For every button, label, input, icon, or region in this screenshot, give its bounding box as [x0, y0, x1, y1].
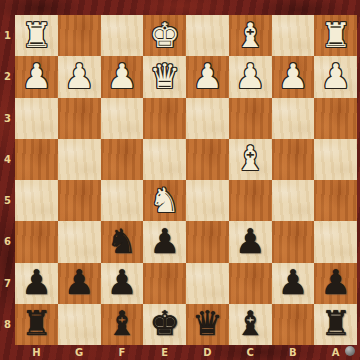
file-label-g: G [58, 345, 101, 360]
square-g6[interactable] [58, 221, 101, 262]
square-b5[interactable] [272, 180, 315, 221]
square-h4[interactable] [15, 139, 58, 180]
square-f1[interactable] [101, 15, 144, 56]
square-a4[interactable] [314, 139, 357, 180]
black-pawn[interactable]: ♟ [64, 265, 94, 299]
square-a2[interactable]: ♟ [314, 56, 357, 97]
square-f4[interactable] [101, 139, 144, 180]
square-a8[interactable]: ♜ [314, 304, 357, 345]
chess-board: ♜♚♝♜♟♟♟♛♟♟♟♟♝♞♞♟♟♟♟♟♟♟♜♝♚♛♝♜ [15, 15, 357, 345]
square-h5[interactable] [15, 180, 58, 221]
black-bishop[interactable]: ♝ [107, 306, 137, 340]
black-rook[interactable]: ♜ [21, 306, 51, 340]
white-pawn[interactable]: ♟ [235, 59, 265, 93]
square-h8[interactable]: ♜ [15, 304, 58, 345]
white-pawn[interactable]: ♟ [107, 59, 137, 93]
square-g1[interactable] [58, 15, 101, 56]
square-f6[interactable]: ♞ [101, 221, 144, 262]
square-g4[interactable] [58, 139, 101, 180]
square-e8[interactable]: ♚ [143, 304, 186, 345]
white-pawn[interactable]: ♟ [192, 59, 222, 93]
square-d4[interactable] [186, 139, 229, 180]
square-b7[interactable]: ♟ [272, 263, 315, 304]
square-b8[interactable] [272, 304, 315, 345]
square-f2[interactable]: ♟ [101, 56, 144, 97]
file-label-b: B [272, 345, 315, 360]
square-d6[interactable] [186, 221, 229, 262]
chess-board-frame: 12345678 ♜♚♝♜♟♟♟♛♟♟♟♟♝♞♞♟♟♟♟♟♟♟♜♝♚♛♝♜ HG… [0, 0, 360, 360]
square-d3[interactable] [186, 98, 229, 139]
white-knight[interactable]: ♞ [149, 183, 179, 217]
black-king[interactable]: ♚ [149, 306, 179, 340]
square-b1[interactable] [272, 15, 315, 56]
black-pawn[interactable]: ♟ [320, 265, 350, 299]
black-pawn[interactable]: ♟ [21, 265, 51, 299]
rank-label-8: 8 [0, 304, 15, 345]
square-a1[interactable]: ♜ [314, 15, 357, 56]
black-queen[interactable]: ♛ [192, 306, 222, 340]
white-king[interactable]: ♚ [149, 18, 179, 52]
square-b6[interactable] [272, 221, 315, 262]
square-d1[interactable] [186, 15, 229, 56]
square-h1[interactable]: ♜ [15, 15, 58, 56]
side-to-move-indicator [345, 346, 355, 356]
square-c4[interactable]: ♝ [229, 139, 272, 180]
white-rook[interactable]: ♜ [21, 18, 51, 52]
square-b4[interactable] [272, 139, 315, 180]
square-a5[interactable] [314, 180, 357, 221]
white-queen[interactable]: ♛ [149, 59, 179, 93]
white-pawn[interactable]: ♟ [21, 59, 51, 93]
square-d8[interactable]: ♛ [186, 304, 229, 345]
square-b3[interactable] [272, 98, 315, 139]
black-knight[interactable]: ♞ [107, 224, 137, 258]
rank-label-7: 7 [0, 263, 15, 304]
square-b2[interactable]: ♟ [272, 56, 315, 97]
rank-labels: 12345678 [0, 15, 15, 345]
file-label-c: C [229, 345, 272, 360]
square-c7[interactable] [229, 263, 272, 304]
rank-label-3: 3 [0, 98, 15, 139]
square-f5[interactable] [101, 180, 144, 221]
square-h7[interactable]: ♟ [15, 263, 58, 304]
white-pawn[interactable]: ♟ [320, 59, 350, 93]
white-pawn[interactable]: ♟ [64, 59, 94, 93]
square-a3[interactable] [314, 98, 357, 139]
square-g3[interactable] [58, 98, 101, 139]
black-bishop[interactable]: ♝ [235, 306, 265, 340]
square-g5[interactable] [58, 180, 101, 221]
square-c3[interactable] [229, 98, 272, 139]
black-rook[interactable]: ♜ [320, 306, 350, 340]
square-c2[interactable]: ♟ [229, 56, 272, 97]
square-g2[interactable]: ♟ [58, 56, 101, 97]
square-e4[interactable] [143, 139, 186, 180]
rank-label-1: 1 [0, 15, 15, 56]
square-g7[interactable]: ♟ [58, 263, 101, 304]
white-rook[interactable]: ♜ [320, 18, 350, 52]
square-h6[interactable] [15, 221, 58, 262]
square-c5[interactable] [229, 180, 272, 221]
file-label-h: H [15, 345, 58, 360]
black-pawn[interactable]: ♟ [278, 265, 308, 299]
file-label-f: F [101, 345, 144, 360]
white-pawn[interactable]: ♟ [278, 59, 308, 93]
square-a7[interactable]: ♟ [314, 263, 357, 304]
square-f8[interactable]: ♝ [101, 304, 144, 345]
rank-label-6: 6 [0, 221, 15, 262]
white-bishop[interactable]: ♝ [235, 141, 265, 175]
black-pawn[interactable]: ♟ [235, 224, 265, 258]
square-e2[interactable]: ♛ [143, 56, 186, 97]
square-c1[interactable]: ♝ [229, 15, 272, 56]
square-d2[interactable]: ♟ [186, 56, 229, 97]
file-labels: HGFEDCBA [15, 345, 357, 360]
file-label-e: E [143, 345, 186, 360]
square-h3[interactable] [15, 98, 58, 139]
black-pawn[interactable]: ♟ [107, 265, 137, 299]
square-e7[interactable] [143, 263, 186, 304]
square-c8[interactable]: ♝ [229, 304, 272, 345]
square-d5[interactable] [186, 180, 229, 221]
file-label-d: D [186, 345, 229, 360]
square-e5[interactable]: ♞ [143, 180, 186, 221]
square-e6[interactable]: ♟ [143, 221, 186, 262]
rank-label-5: 5 [0, 180, 15, 221]
square-g8[interactable] [58, 304, 101, 345]
square-f3[interactable] [101, 98, 144, 139]
square-h2[interactable]: ♟ [15, 56, 58, 97]
square-e1[interactable]: ♚ [143, 15, 186, 56]
square-c6[interactable]: ♟ [229, 221, 272, 262]
square-e3[interactable] [143, 98, 186, 139]
square-d7[interactable] [186, 263, 229, 304]
rank-label-4: 4 [0, 139, 15, 180]
black-pawn[interactable]: ♟ [149, 224, 179, 258]
white-bishop[interactable]: ♝ [235, 18, 265, 52]
square-f7[interactable]: ♟ [101, 263, 144, 304]
square-a6[interactable] [314, 221, 357, 262]
rank-label-2: 2 [0, 56, 15, 97]
